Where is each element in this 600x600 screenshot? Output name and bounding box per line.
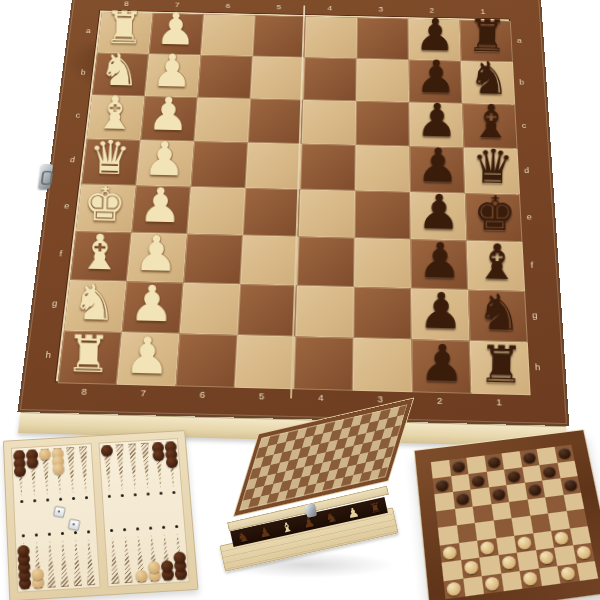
backgammon-points-bottom <box>105 522 187 584</box>
coord-h: h <box>45 350 51 360</box>
square-r8c3 <box>176 334 238 388</box>
square-r7c3 <box>180 283 241 335</box>
stored-piece: ♝ <box>280 518 295 535</box>
black-pawn: ♟ <box>412 333 472 394</box>
backgammon-half-2 <box>98 438 190 587</box>
checkers-grid <box>431 445 598 599</box>
folded-box-thumbnail: ♞♟♝♟♞♟♜ <box>208 440 404 590</box>
stored-piece: ♜ <box>368 499 383 516</box>
white-king: ♚ <box>76 175 133 232</box>
coord-7: 7 <box>140 388 146 398</box>
square-r3c2: ♟ <box>140 96 197 141</box>
point-dot <box>175 525 178 528</box>
square-r7c8: ♞ <box>468 290 528 342</box>
point-triangle <box>108 534 120 584</box>
checkers-thumbnail <box>424 436 600 600</box>
black-rook: ♜ <box>471 334 531 395</box>
checker-light <box>463 560 478 575</box>
point-dot <box>110 529 113 532</box>
stored-piece: ♟ <box>346 504 361 521</box>
square-r3c8: ♝ <box>462 103 517 148</box>
coord-f: f <box>59 249 63 258</box>
point-dot <box>87 530 90 533</box>
backgammon-points-top <box>100 441 181 501</box>
square-r8c7: ♟ <box>411 339 471 393</box>
point-dot <box>172 491 175 494</box>
chess-board: 87654321 abcdefgh ♜♟♟♜♞♟♟♞♝♟♟♝♛♟♟♛♚♟♟♚♝♟… <box>15 0 571 447</box>
square-r1c1: ♜ <box>97 12 153 54</box>
coord-g: g <box>532 310 538 319</box>
checker-light <box>575 545 591 559</box>
square-r1c6 <box>357 18 409 60</box>
square-r3c3 <box>194 97 250 142</box>
checker-dark <box>527 483 542 496</box>
white-rook: ♜ <box>58 324 118 385</box>
checker-dark <box>563 478 578 491</box>
checker-light <box>446 581 461 596</box>
backgammon-checker-dark <box>101 445 114 457</box>
coord-b: b <box>519 78 524 86</box>
square-r2c8: ♞ <box>461 61 515 105</box>
coord-f: f <box>530 260 533 269</box>
square-r3c6 <box>356 101 410 146</box>
square-r5c6 <box>355 191 411 240</box>
square-r4c6 <box>355 145 410 192</box>
backgammon-checker-light <box>53 463 65 475</box>
square-r2c6 <box>356 59 409 103</box>
white-pawn: ♟ <box>122 274 181 333</box>
point-dot <box>147 492 150 495</box>
square-r4c2: ♟ <box>136 140 194 187</box>
backgammon-thumbnail <box>3 430 199 600</box>
coord-6: 6 <box>225 2 230 9</box>
point-dot <box>160 492 163 495</box>
checker-light <box>442 545 457 559</box>
checker-light <box>480 540 495 554</box>
checker-dark <box>542 465 557 478</box>
point-triangle <box>79 446 91 494</box>
square-r8c1: ♜ <box>58 331 122 385</box>
square-r6c3 <box>183 234 242 284</box>
checkers-board <box>415 430 600 600</box>
square-r2c2: ♟ <box>145 54 201 98</box>
backgammon-checker-light <box>135 570 148 583</box>
point-dot <box>162 526 165 529</box>
checker-light <box>484 576 499 591</box>
point-triangle <box>71 536 83 586</box>
square-r7c7: ♟ <box>411 288 470 340</box>
coord-e: e <box>526 212 532 221</box>
point-dot <box>84 496 87 499</box>
checker-dark <box>435 478 449 491</box>
square-r7c4 <box>237 284 297 336</box>
point-triangle <box>66 447 78 495</box>
point-dot <box>22 534 25 537</box>
square-r4c4 <box>245 143 301 190</box>
square-r5c7: ♟ <box>410 192 466 241</box>
backgammon-point <box>81 527 97 586</box>
square-r4c3 <box>191 141 248 188</box>
point-dot <box>108 495 111 498</box>
white-pawn: ♟ <box>117 325 177 386</box>
square-r6c8: ♝ <box>466 241 525 292</box>
backgammon-checker-light <box>39 448 51 460</box>
backgammon-board <box>3 430 199 600</box>
white-pawn: ♟ <box>132 177 189 234</box>
square-r5c3 <box>187 187 245 235</box>
stored-piece: ♞ <box>324 509 339 526</box>
coord-7: 7 <box>175 1 180 8</box>
square-r5c8: ♚ <box>465 193 523 242</box>
coord-a: a <box>517 36 522 44</box>
point-dot <box>134 493 137 496</box>
black-pawn: ♟ <box>409 93 464 148</box>
checker-dark <box>471 474 485 487</box>
checker-dark <box>557 447 572 460</box>
square-r6c4 <box>240 235 298 285</box>
point-dot <box>74 531 77 534</box>
square-r3c4 <box>248 99 303 144</box>
coord-8: 8 <box>81 387 87 397</box>
point-dot <box>59 498 62 501</box>
coord-g: g <box>52 298 58 307</box>
square-r2c3 <box>197 55 252 99</box>
product-photo: 87654321 abcdefgh ♜♟♟♜♞♟♟♞♝♟♟♝♛♟♟♛♚♟♟♚♝♟… <box>0 0 600 600</box>
square-r4c1: ♛ <box>81 139 140 186</box>
coord-d: d <box>70 155 76 163</box>
coord-c: c <box>522 121 527 129</box>
checkers-square <box>576 560 598 581</box>
checker-light <box>554 531 569 545</box>
square-r3c1: ♝ <box>87 95 145 140</box>
white-pawn: ♟ <box>127 224 185 282</box>
backgammon-point <box>77 446 93 502</box>
white-bishop: ♝ <box>70 223 128 281</box>
checker-dark <box>507 469 521 482</box>
square-r6c7: ♟ <box>410 239 468 290</box>
backgammon-points-bottom <box>17 527 98 590</box>
point-dot <box>121 494 124 497</box>
checker-light <box>517 535 532 549</box>
square-r5c2: ♟ <box>131 185 190 233</box>
coord-2: 2 <box>429 7 434 14</box>
coord-a: a <box>86 27 92 35</box>
chess-grid: ♜♟♟♜♞♟♟♞♝♟♟♝♛♟♟♛♚♟♟♚♝♟♟♝♞♟♟♞♜♟♟♜ <box>56 10 529 393</box>
point-dot <box>72 497 75 500</box>
point-dot <box>33 499 36 502</box>
black-knight: ♞ <box>469 282 528 342</box>
backgammon-points-top <box>13 446 93 506</box>
square-r4c7: ♟ <box>410 146 465 193</box>
die-2 <box>68 519 81 532</box>
checkers-square <box>463 576 484 597</box>
square-r1c5 <box>305 16 357 58</box>
square-r1c2: ♟ <box>149 13 204 55</box>
square-r2c4 <box>250 56 304 100</box>
coord-4: 4 <box>318 393 324 403</box>
point-dot <box>46 498 49 501</box>
point-dot <box>61 532 64 535</box>
coord-d: d <box>524 166 529 174</box>
point-dot <box>48 533 51 536</box>
square-r5c5 <box>299 189 355 238</box>
backgammon-checker-dark <box>165 456 178 468</box>
backgammon-checker-dark <box>152 449 165 461</box>
stored-piece: ♞ <box>236 528 251 545</box>
square-r8c4 <box>235 335 296 389</box>
square-r4c5 <box>300 144 355 191</box>
coord-5: 5 <box>276 3 281 10</box>
checker-light <box>560 566 576 581</box>
black-pawn: ♟ <box>411 281 470 340</box>
coord-3: 3 <box>378 6 383 13</box>
coord-c: c <box>75 111 80 119</box>
coord-e: e <box>64 201 70 210</box>
checker-dark <box>522 451 536 464</box>
point-triangle <box>45 537 57 587</box>
coord-b: b <box>80 68 86 76</box>
stored-piece: ♟ <box>258 523 273 540</box>
square-r5c4 <box>243 188 300 237</box>
checker-dark <box>486 456 500 469</box>
square-r3c5 <box>302 100 356 145</box>
square-r6c2: ♟ <box>127 233 187 283</box>
square-r5c1: ♚ <box>76 184 136 232</box>
point-dot <box>35 533 38 536</box>
square-r6c5 <box>297 237 354 287</box>
checker-light <box>522 571 538 586</box>
point-dot <box>123 528 126 531</box>
square-r7c2: ♟ <box>122 281 184 333</box>
coord-6: 6 <box>199 390 205 400</box>
coord-4: 4 <box>327 4 332 11</box>
square-r8c6 <box>353 338 412 392</box>
coord-1: 1 <box>480 8 485 15</box>
checker-light <box>538 550 553 564</box>
white-knight: ♞ <box>64 272 123 331</box>
backgammon-checker-dark <box>27 457 39 469</box>
square-r1c3 <box>201 14 255 56</box>
coord-8: 8 <box>124 0 129 7</box>
backgammon-half-1 <box>11 443 100 593</box>
square-r1c7: ♟ <box>408 19 461 61</box>
black-bishop: ♝ <box>468 232 526 290</box>
square-r2c5 <box>303 57 356 101</box>
square-r7c5 <box>295 286 354 338</box>
chess-board-face: 87654321 abcdefgh ♜♟♟♜♞♟♟♞♝♟♟♝♛♟♟♛♚♟♟♚♝♟… <box>17 0 569 426</box>
point-dot <box>149 527 152 530</box>
square-r3c7: ♟ <box>409 102 463 147</box>
point-dot <box>20 500 23 503</box>
square-r7c6 <box>353 287 411 339</box>
coord-5: 5 <box>259 391 265 401</box>
checker-dark <box>455 492 469 505</box>
backgammon-checker-dark <box>160 560 173 573</box>
checker-dark <box>451 460 465 473</box>
point-triangle <box>84 535 96 585</box>
coord-2: 2 <box>437 396 443 406</box>
checkers-square <box>482 573 504 594</box>
square-r4c8: ♛ <box>464 148 520 195</box>
square-r8c2: ♟ <box>117 332 180 386</box>
square-r1c8: ♜ <box>459 20 512 62</box>
backgammon-checker-dark <box>173 551 186 564</box>
checker-dark <box>491 488 506 501</box>
backgammon-checker-dark <box>14 465 26 477</box>
square-r6c6 <box>354 238 411 288</box>
square-r2c1: ♞ <box>92 53 149 96</box>
square-r6c1: ♝ <box>70 231 131 281</box>
square-r8c8: ♜ <box>470 341 531 396</box>
die-1 <box>53 506 66 519</box>
square-r2c7: ♟ <box>409 60 462 104</box>
coord-1: 1 <box>496 397 502 407</box>
point-triangle <box>58 537 70 587</box>
point-dot <box>136 527 139 530</box>
square-r7c1: ♞ <box>64 280 127 332</box>
coord-h: h <box>535 362 541 372</box>
coord-3: 3 <box>378 394 383 404</box>
checker-light <box>501 555 516 569</box>
square-r8c5 <box>294 336 354 390</box>
square-r1c4 <box>253 15 306 57</box>
checkers-square <box>444 578 465 599</box>
